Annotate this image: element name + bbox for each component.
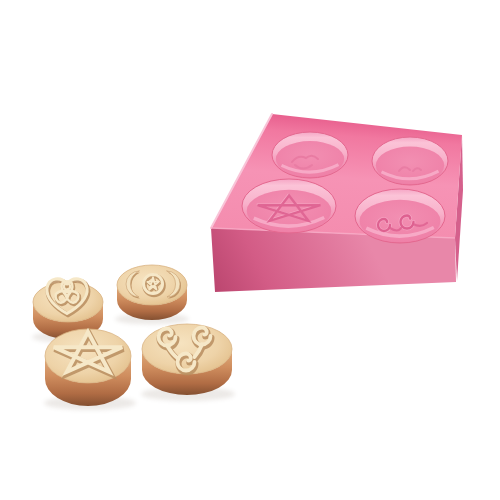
mold-cavity-front-left [242, 179, 336, 233]
photo-canvas [0, 0, 500, 500]
silicone-mold [211, 114, 463, 292]
soap-top [142, 324, 232, 374]
soap-pentagram [45, 329, 131, 406]
soap-triple-moon [117, 265, 187, 320]
mold-cavity-back-left [272, 132, 348, 178]
mold-cavity-front-right [355, 189, 445, 243]
product-photo [0, 0, 500, 500]
mold-cavity-back-right [372, 137, 448, 185]
soap-set [33, 265, 232, 406]
soap-triskele [142, 324, 232, 395]
